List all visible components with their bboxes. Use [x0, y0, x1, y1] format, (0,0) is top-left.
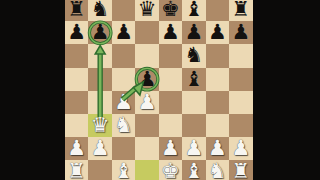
black-rook-h8: ♜: [231, 0, 250, 20]
square-c7[interactable]: ♟: [112, 21, 135, 44]
white-pawn-g2: ♟: [208, 138, 227, 159]
square-c6[interactable]: [112, 44, 135, 67]
white-rook-a1: ♜: [67, 161, 86, 180]
white-rook-h1: ♜: [231, 161, 250, 180]
square-c4[interactable]: ♟: [112, 91, 135, 114]
square-h2[interactable]: ♟: [229, 137, 252, 160]
square-d2[interactable]: [135, 137, 158, 160]
white-pawn-e2: ♟: [161, 138, 180, 159]
square-d8[interactable]: ♛: [135, 0, 158, 21]
square-e2[interactable]: ♟: [159, 137, 182, 160]
square-a3[interactable]: [65, 114, 88, 137]
square-e8[interactable]: ♚: [159, 0, 182, 21]
black-knight-f6: ♞: [185, 45, 204, 66]
white-pawn-h2: ♟: [231, 138, 250, 159]
black-rook-a8: ♜: [67, 0, 86, 20]
white-pawn-a2: ♟: [67, 138, 86, 159]
square-h7[interactable]: ♟: [229, 21, 252, 44]
chess-board: ♜♞♛♚♝♜♟♟♟♟♟♟♟♞♟♝♟♟♛♞♟♟♟♟♟♟♜♝♚♝♞♜: [65, 0, 253, 180]
square-f6[interactable]: ♞: [182, 44, 205, 67]
square-f4[interactable]: [182, 91, 205, 114]
square-a7[interactable]: ♟: [65, 21, 88, 44]
black-pawn-e7: ♟: [161, 22, 180, 43]
square-a6[interactable]: [65, 44, 88, 67]
black-queen-d8: ♛: [138, 0, 157, 20]
square-h6[interactable]: [229, 44, 252, 67]
square-a5[interactable]: [65, 68, 88, 91]
letterbox-bar-right: [253, 0, 320, 180]
square-h3[interactable]: [229, 114, 252, 137]
square-g7[interactable]: ♟: [206, 21, 229, 44]
black-pawn-h7: ♟: [231, 22, 250, 43]
square-g8[interactable]: [206, 0, 229, 21]
square-h8[interactable]: ♜: [229, 0, 252, 21]
white-pawn-d4: ♟: [138, 91, 157, 112]
square-d3[interactable]: [135, 114, 158, 137]
square-e6[interactable]: [159, 44, 182, 67]
square-g6[interactable]: [206, 44, 229, 67]
square-b4[interactable]: [88, 91, 111, 114]
black-pawn-a7: ♟: [67, 22, 86, 43]
square-d4[interactable]: ♟: [135, 91, 158, 114]
square-g2[interactable]: ♟: [206, 137, 229, 160]
letterbox-bar-left: [0, 0, 65, 180]
square-a8[interactable]: ♜: [65, 0, 88, 21]
white-knight-g1: ♞: [208, 161, 227, 180]
square-c8[interactable]: [112, 0, 135, 21]
square-c2[interactable]: [112, 137, 135, 160]
black-pawn-f7: ♟: [185, 22, 204, 43]
square-e3[interactable]: [159, 114, 182, 137]
square-b1[interactable]: [88, 160, 111, 180]
square-a2[interactable]: ♟: [65, 137, 88, 160]
black-pawn-d5: ♟: [138, 68, 157, 89]
white-bishop-c1: ♝: [114, 161, 133, 180]
square-a1[interactable]: ♜: [65, 160, 88, 180]
white-bishop-f1: ♝: [185, 161, 204, 180]
square-b2[interactable]: ♟: [88, 137, 111, 160]
chess-app-screen: ♜♞♛♚♝♜♟♟♟♟♟♟♟♞♟♝♟♟♛♞♟♟♟♟♟♟♜♝♚♝♞♜: [0, 0, 320, 180]
square-b8[interactable]: ♞: [88, 0, 111, 21]
square-d5[interactable]: ♟: [135, 68, 158, 91]
square-f3[interactable]: [182, 114, 205, 137]
black-pawn-c7: ♟: [114, 22, 133, 43]
square-g1[interactable]: ♞: [206, 160, 229, 180]
black-pawn-b7: ♟: [91, 22, 110, 43]
square-d7[interactable]: [135, 21, 158, 44]
square-f1[interactable]: ♝: [182, 160, 205, 180]
square-g3[interactable]: [206, 114, 229, 137]
square-b3[interactable]: ♛: [88, 114, 111, 137]
square-c1[interactable]: ♝: [112, 160, 135, 180]
square-g5[interactable]: [206, 68, 229, 91]
white-queen-b3: ♛: [91, 115, 110, 136]
black-pawn-g7: ♟: [208, 22, 227, 43]
white-pawn-f2: ♟: [185, 138, 204, 159]
black-bishop-f5: ♝: [185, 68, 204, 89]
square-f2[interactable]: ♟: [182, 137, 205, 160]
square-f8[interactable]: ♝: [182, 0, 205, 21]
square-e4[interactable]: [159, 91, 182, 114]
square-b5[interactable]: [88, 68, 111, 91]
white-pawn-c4: ♟: [114, 91, 133, 112]
black-knight-b8: ♞: [91, 0, 110, 20]
square-h5[interactable]: [229, 68, 252, 91]
square-h4[interactable]: [229, 91, 252, 114]
square-f7[interactable]: ♟: [182, 21, 205, 44]
black-king-e8: ♚: [161, 0, 180, 20]
square-d1[interactable]: [135, 160, 158, 180]
square-a4[interactable]: [65, 91, 88, 114]
square-f5[interactable]: ♝: [182, 68, 205, 91]
square-c5[interactable]: [112, 68, 135, 91]
square-e1[interactable]: ♚: [159, 160, 182, 180]
square-e5[interactable]: [159, 68, 182, 91]
black-bishop-f8: ♝: [185, 0, 204, 20]
square-c3[interactable]: ♞: [112, 114, 135, 137]
white-pawn-b2: ♟: [91, 138, 110, 159]
square-h1[interactable]: ♜: [229, 160, 252, 180]
square-d6[interactable]: [135, 44, 158, 67]
square-b7[interactable]: ♟: [88, 21, 111, 44]
square-b6[interactable]: [88, 44, 111, 67]
square-g4[interactable]: [206, 91, 229, 114]
white-knight-c3: ♞: [114, 115, 133, 136]
white-king-e1: ♚: [161, 161, 180, 180]
square-e7[interactable]: ♟: [159, 21, 182, 44]
